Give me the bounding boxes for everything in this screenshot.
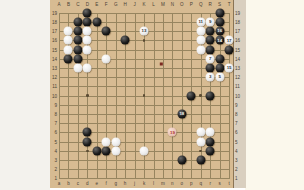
column-label-top: M bbox=[161, 2, 165, 7]
column-label-top: F bbox=[105, 2, 108, 7]
star-point bbox=[199, 150, 202, 153]
row-label-left: 18 bbox=[50, 20, 57, 25]
grid-line-horizontal bbox=[59, 169, 230, 170]
column-label-bottom: l bbox=[153, 181, 154, 186]
go-viewer-stage: AaBbCcDdEeFfGgHhJjKkLlMmNnOoPpQqRrSsTt19… bbox=[0, 0, 304, 190]
row-label-left: 16 bbox=[50, 38, 57, 43]
column-label-top: D bbox=[86, 2, 89, 7]
black-stone-d5[interactable] bbox=[83, 137, 92, 146]
black-stone-s16[interactable]: 14 bbox=[215, 36, 224, 45]
grid-line-horizontal bbox=[59, 123, 230, 124]
grid-line-horizontal bbox=[59, 178, 230, 179]
black-stone-d18[interactable] bbox=[83, 18, 92, 27]
move-number: 5 bbox=[218, 75, 220, 79]
white-stone-d15[interactable] bbox=[83, 45, 92, 54]
move-number: 9 bbox=[209, 20, 211, 24]
row-label-left: 11 bbox=[50, 84, 57, 89]
row-label-right: 1 bbox=[235, 176, 243, 181]
column-label-top: E bbox=[95, 2, 98, 7]
letterbox-bar-left bbox=[0, 0, 50, 190]
white-stone-s12[interactable]: 5 bbox=[215, 73, 224, 82]
row-label-left: 19 bbox=[50, 10, 57, 15]
board-bottom-edge bbox=[50, 188, 245, 190]
black-stone-r5[interactable] bbox=[206, 137, 215, 146]
column-label-top: O bbox=[180, 2, 184, 7]
row-label-left: 15 bbox=[50, 47, 57, 52]
white-stone-g5[interactable] bbox=[111, 137, 120, 146]
star-point bbox=[86, 94, 89, 97]
move-number: 16 bbox=[217, 29, 222, 33]
column-label-bottom: s bbox=[218, 181, 220, 186]
column-label-bottom: p bbox=[190, 181, 193, 186]
row-label-left: 5 bbox=[50, 139, 57, 144]
white-stone-f14[interactable] bbox=[102, 54, 111, 63]
black-stone-d19[interactable] bbox=[83, 8, 92, 17]
black-stone-s17[interactable]: 16 bbox=[215, 27, 224, 36]
column-label-bottom: k bbox=[143, 181, 145, 186]
white-stone-t13[interactable]: 15 bbox=[225, 64, 234, 73]
last-move-white-stone-n6[interactable]: 19 bbox=[168, 128, 177, 137]
white-stone-q5[interactable] bbox=[196, 137, 205, 146]
move-number: 3 bbox=[209, 75, 211, 79]
column-label-bottom: h bbox=[124, 181, 127, 186]
row-label-right: 6 bbox=[235, 130, 243, 135]
row-label-right: 14 bbox=[235, 56, 243, 61]
column-label-bottom: j bbox=[134, 181, 135, 186]
white-stone-q17[interactable] bbox=[196, 27, 205, 36]
column-label-bottom: d bbox=[86, 181, 89, 186]
row-label-left: 4 bbox=[50, 148, 57, 153]
grid-line-vertical bbox=[182, 13, 183, 180]
row-label-left: 13 bbox=[50, 66, 57, 71]
white-stone-q6[interactable] bbox=[196, 128, 205, 137]
row-label-right: 16 bbox=[235, 38, 243, 43]
row-label-right: 5 bbox=[235, 139, 243, 144]
column-label-bottom: a bbox=[58, 181, 61, 186]
black-stone-t15[interactable] bbox=[225, 45, 234, 54]
row-label-left: 12 bbox=[50, 75, 57, 80]
black-stone-s13[interactable] bbox=[215, 64, 224, 73]
move-number: 14 bbox=[217, 38, 222, 42]
black-stone-c16[interactable] bbox=[73, 36, 82, 45]
black-stone-s18[interactable] bbox=[215, 18, 224, 27]
row-label-right: 4 bbox=[235, 148, 243, 153]
row-label-right: 18 bbox=[235, 20, 243, 25]
black-stone-c14[interactable] bbox=[73, 54, 82, 63]
column-label-bottom: b bbox=[67, 181, 70, 186]
white-stone-g4[interactable] bbox=[111, 146, 120, 155]
row-label-left: 14 bbox=[50, 56, 57, 61]
annotation-marker bbox=[160, 62, 162, 65]
black-stone-r4[interactable] bbox=[206, 146, 215, 155]
column-label-bottom: q bbox=[199, 181, 202, 186]
white-stone-k4[interactable] bbox=[140, 146, 149, 155]
black-stone-s19[interactable] bbox=[215, 8, 224, 17]
row-label-left: 2 bbox=[50, 167, 57, 172]
column-label-bottom: f bbox=[106, 181, 107, 186]
row-label-right: 3 bbox=[235, 158, 243, 163]
black-stone-o3[interactable] bbox=[177, 156, 186, 165]
move-number: 15 bbox=[227, 66, 232, 70]
move-number: 7 bbox=[209, 57, 211, 61]
column-label-top: H bbox=[123, 2, 126, 7]
row-label-left: 8 bbox=[50, 112, 57, 117]
white-stone-q15[interactable] bbox=[196, 45, 205, 54]
row-label-right: 7 bbox=[235, 121, 243, 126]
column-label-top: T bbox=[228, 2, 231, 7]
black-stone-e18[interactable] bbox=[92, 18, 101, 27]
grid-line-horizontal bbox=[59, 105, 230, 106]
row-label-left: 7 bbox=[50, 121, 57, 126]
black-stone-o8[interactable]: 18 bbox=[177, 110, 186, 119]
column-label-top: J bbox=[133, 2, 135, 7]
row-label-right: 10 bbox=[235, 93, 243, 98]
column-label-top: C bbox=[76, 2, 79, 7]
move-number: 19 bbox=[170, 130, 175, 134]
column-label-top: P bbox=[190, 2, 193, 7]
white-stone-d17[interactable] bbox=[83, 27, 92, 36]
column-label-bottom: r bbox=[209, 181, 211, 186]
black-stone-q3[interactable] bbox=[196, 156, 205, 165]
column-label-top: R bbox=[209, 2, 212, 7]
black-stone-f4[interactable] bbox=[102, 146, 111, 155]
black-stone-p10[interactable] bbox=[187, 91, 196, 100]
row-label-right: 15 bbox=[235, 47, 243, 52]
white-stone-b16[interactable] bbox=[64, 36, 73, 45]
black-stone-f17[interactable] bbox=[102, 27, 111, 36]
column-label-bottom: o bbox=[181, 181, 184, 186]
white-stone-c13[interactable] bbox=[73, 64, 82, 73]
black-stone-r10[interactable] bbox=[206, 91, 215, 100]
move-number: 13 bbox=[142, 29, 147, 33]
black-stone-h16[interactable] bbox=[121, 36, 130, 45]
column-label-bottom: m bbox=[161, 181, 165, 186]
grid-line-vertical bbox=[172, 13, 173, 180]
column-label-bottom: e bbox=[96, 181, 99, 186]
row-label-left: 9 bbox=[50, 102, 57, 107]
column-label-top: S bbox=[218, 2, 221, 7]
row-label-right: 8 bbox=[235, 112, 243, 117]
row-label-right: 11 bbox=[235, 84, 243, 89]
row-label-right: 17 bbox=[235, 29, 243, 34]
row-label-left: 6 bbox=[50, 130, 57, 135]
column-label-top: B bbox=[67, 2, 70, 7]
column-label-bottom: t bbox=[228, 181, 229, 186]
grid-line-vertical bbox=[163, 13, 164, 180]
move-number: 17 bbox=[227, 38, 232, 42]
move-number: 11 bbox=[198, 20, 203, 24]
move-number: 18 bbox=[179, 112, 184, 116]
white-stone-r12[interactable]: 3 bbox=[206, 73, 215, 82]
column-label-top: K bbox=[143, 2, 146, 7]
black-stone-c17[interactable] bbox=[73, 27, 82, 36]
star-point bbox=[86, 150, 89, 153]
white-stone-d13[interactable] bbox=[83, 64, 92, 73]
column-label-top: N bbox=[171, 2, 174, 7]
black-stone-r17[interactable] bbox=[206, 27, 215, 36]
black-stone-r13[interactable] bbox=[206, 64, 215, 73]
black-stone-r16[interactable] bbox=[206, 36, 215, 45]
grid-line-vertical bbox=[154, 13, 155, 180]
black-stone-d6[interactable] bbox=[83, 128, 92, 137]
row-label-left: 1 bbox=[50, 176, 57, 181]
black-stone-e4[interactable] bbox=[92, 146, 101, 155]
black-stone-c18[interactable] bbox=[73, 18, 82, 27]
row-label-right: 9 bbox=[235, 102, 243, 107]
white-stone-r18[interactable]: 9 bbox=[206, 18, 215, 27]
row-label-right: 12 bbox=[235, 75, 243, 80]
black-stone-b14[interactable] bbox=[64, 54, 73, 63]
white-stone-b17[interactable] bbox=[64, 27, 73, 36]
white-stone-k17[interactable]: 13 bbox=[140, 27, 149, 36]
black-stone-r15[interactable] bbox=[206, 45, 215, 54]
row-label-left: 10 bbox=[50, 93, 57, 98]
column-label-bottom: c bbox=[77, 181, 79, 186]
white-stone-q18[interactable]: 11 bbox=[196, 18, 205, 27]
row-label-left: 3 bbox=[50, 158, 57, 163]
white-stone-q16[interactable] bbox=[196, 36, 205, 45]
white-stone-f5[interactable] bbox=[102, 137, 111, 146]
row-label-right: 13 bbox=[235, 66, 243, 71]
black-stone-s14[interactable] bbox=[215, 54, 224, 63]
column-label-top: A bbox=[57, 2, 60, 7]
white-stone-b15[interactable] bbox=[64, 45, 73, 54]
white-stone-d16[interactable] bbox=[83, 36, 92, 45]
row-label-right: 19 bbox=[235, 10, 243, 15]
column-label-top: L bbox=[152, 2, 155, 7]
letterbox-bar-right bbox=[245, 0, 304, 190]
black-stone-c15[interactable] bbox=[73, 45, 82, 54]
white-stone-t16[interactable]: 17 bbox=[225, 36, 234, 45]
column-label-bottom: g bbox=[114, 181, 117, 186]
row-label-left: 17 bbox=[50, 29, 57, 34]
grid-line-horizontal bbox=[59, 114, 230, 115]
star-point bbox=[199, 94, 202, 97]
column-label-bottom: n bbox=[171, 181, 174, 186]
white-stone-r6[interactable] bbox=[206, 128, 215, 137]
column-label-top: Q bbox=[199, 2, 203, 7]
row-label-right: 2 bbox=[235, 167, 243, 172]
column-label-top: G bbox=[114, 2, 118, 7]
white-stone-r14[interactable]: 7 bbox=[206, 54, 215, 63]
